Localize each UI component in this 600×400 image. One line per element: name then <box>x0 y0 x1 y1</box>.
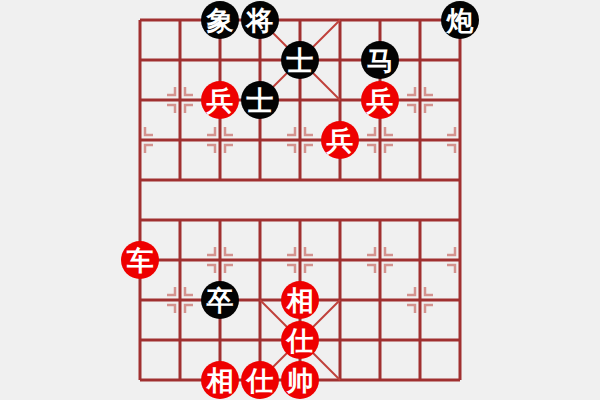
piece-glyph: 士 <box>281 41 319 79</box>
black-advisor[interactable]: 士 <box>240 80 280 120</box>
red-general[interactable]: 帅 <box>280 360 320 400</box>
black-horse[interactable]: 马 <box>360 40 400 80</box>
piece-glyph: 将 <box>241 1 279 39</box>
piece-glyph: 士 <box>241 81 279 119</box>
red-soldier[interactable]: 兵 <box>320 120 360 160</box>
black-advisor[interactable]: 士 <box>280 40 320 80</box>
red-elephant[interactable]: 相 <box>280 280 320 320</box>
xiangqi-board: 象将炮士马士兵兵兵车卒相仕相仕帅 <box>0 0 600 400</box>
red-elephant[interactable]: 相 <box>200 360 240 400</box>
piece-glyph: 兵 <box>321 121 359 159</box>
red-advisor[interactable]: 仕 <box>240 360 280 400</box>
black-soldier[interactable]: 卒 <box>200 280 240 320</box>
black-elephant[interactable]: 象 <box>200 0 240 40</box>
piece-glyph: 相 <box>281 281 319 319</box>
black-general[interactable]: 将 <box>240 0 280 40</box>
piece-glyph: 象 <box>201 1 239 39</box>
piece-glyph: 兵 <box>201 81 239 119</box>
piece-glyph: 帅 <box>281 361 319 399</box>
piece-glyph: 兵 <box>361 81 399 119</box>
red-soldier[interactable]: 兵 <box>360 80 400 120</box>
piece-glyph: 卒 <box>201 281 239 319</box>
red-advisor[interactable]: 仕 <box>280 320 320 360</box>
piece-glyph: 炮 <box>441 1 479 39</box>
piece-glyph: 相 <box>201 361 239 399</box>
red-chariot[interactable]: 车 <box>120 240 160 280</box>
piece-glyph: 马 <box>361 41 399 79</box>
piece-glyph: 车 <box>121 241 159 279</box>
piece-glyph: 仕 <box>281 321 319 359</box>
piece-glyph: 仕 <box>241 361 279 399</box>
board-grid[interactable]: 象将炮士马士兵兵兵车卒相仕相仕帅 <box>120 0 480 400</box>
red-soldier[interactable]: 兵 <box>200 80 240 120</box>
black-cannon[interactable]: 炮 <box>440 0 480 40</box>
